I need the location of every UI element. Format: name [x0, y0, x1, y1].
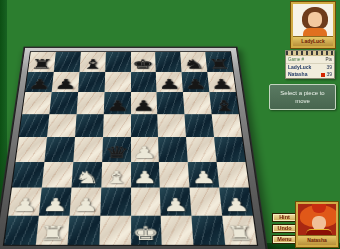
square-e7[interactable]: [131, 71, 157, 92]
board-frame: ♜♝♚♞♜♟♟♟♟♟♟♟♝♛♟♞♝♟♟♟♟♟♟♟♜♚♜: [0, 47, 268, 249]
square-a1[interactable]: [4, 215, 39, 245]
scorepad-pts-ladyluck: 39: [326, 64, 332, 71]
chess-board[interactable]: ♜♝♚♞♜♟♟♟♟♟♟♟♝♛♟♞♝♟♟♟♟♟♟♟♜♚♜: [3, 51, 258, 245]
game-window: ♜♝♚♞♜♟♟♟♟♟♟♟♝♛♟♞♝♟♟♟♟♟♟♟♜♚♜ LadyLuck Gam…: [0, 0, 340, 249]
square-a2[interactable]: ♟: [8, 188, 41, 216]
scorepad-header-pts: Pts: [325, 56, 332, 63]
square-c8[interactable]: ♝: [79, 52, 105, 72]
piece-white-knight-c3[interactable]: ♞: [70, 156, 102, 188]
piece-white-pawn-h2[interactable]: ♟: [221, 183, 254, 216]
player-nameplate: Natasha: [298, 235, 336, 245]
opponent-avatar: LadyLuck: [291, 2, 335, 48]
square-f6[interactable]: [157, 92, 185, 114]
square-d1[interactable]: [99, 215, 131, 245]
square-e8[interactable]: ♚: [131, 52, 157, 72]
square-c5[interactable]: [75, 114, 104, 137]
square-e5[interactable]: [131, 114, 159, 137]
scorepad-header-game: Game #: [288, 56, 304, 63]
square-b4[interactable]: [44, 137, 74, 161]
piece-white-pawn-f2[interactable]: ♟: [160, 183, 193, 216]
scorepad-row: Natasha 39: [286, 71, 334, 78]
piece-black-rook-h8[interactable]: ♜: [206, 45, 234, 73]
square-h1[interactable]: ♜: [222, 215, 257, 245]
square-h7[interactable]: ♟: [207, 71, 235, 92]
square-c4[interactable]: [73, 137, 103, 161]
square-g4[interactable]: [186, 137, 216, 161]
square-d5[interactable]: [103, 114, 131, 137]
square-c1[interactable]: [67, 215, 100, 245]
piece-white-pawn-g3[interactable]: ♟: [188, 156, 220, 188]
square-g8[interactable]: ♞: [180, 52, 207, 72]
piece-black-king-e8[interactable]: ♚: [130, 45, 158, 73]
piece-white-king-e1[interactable]: ♚: [129, 211, 163, 245]
scorepad-name-natasha: Natasha: [288, 71, 307, 78]
square-f2[interactable]: ♟: [160, 188, 192, 216]
piece-white-pawn-c2[interactable]: ♟: [68, 183, 101, 216]
square-e3[interactable]: ♟: [131, 161, 161, 187]
square-a5[interactable]: [19, 114, 49, 137]
square-b5[interactable]: [47, 114, 76, 137]
square-b1[interactable]: ♜: [36, 215, 70, 245]
scorepad-pts-natasha: 39: [321, 71, 332, 78]
piece-black-rook-a8[interactable]: ♜: [27, 45, 55, 73]
square-b3[interactable]: [42, 161, 73, 187]
square-b6[interactable]: [49, 92, 78, 114]
piece-white-rook-h1[interactable]: ♜: [224, 211, 258, 245]
square-c3[interactable]: ♞: [71, 161, 102, 187]
square-b2[interactable]: ♟: [39, 188, 72, 216]
square-f1[interactable]: [161, 215, 194, 245]
square-g6[interactable]: [183, 92, 212, 114]
square-g7[interactable]: ♟: [182, 71, 210, 92]
square-b7[interactable]: ♟: [52, 71, 80, 92]
square-g5[interactable]: [185, 114, 214, 137]
square-f4[interactable]: [158, 137, 188, 161]
square-f7[interactable]: ♟: [156, 71, 183, 92]
square-a3[interactable]: [12, 161, 44, 187]
square-d2[interactable]: [100, 188, 131, 216]
square-d3[interactable]: ♝: [101, 161, 131, 187]
square-f5[interactable]: [158, 114, 187, 137]
square-h5[interactable]: [212, 114, 242, 137]
square-h3[interactable]: [217, 161, 249, 187]
piece-black-bishop-c8[interactable]: ♝: [78, 45, 106, 73]
undo-button[interactable]: Undo: [272, 224, 297, 233]
player-avatar: Natasha: [296, 202, 338, 247]
piece-white-pawn-e3[interactable]: ♟: [129, 156, 161, 188]
scorepad-name-ladyluck: LadyLuck: [288, 64, 311, 71]
piece-white-rook-b1[interactable]: ♜: [35, 211, 69, 245]
square-a7[interactable]: ♟: [25, 71, 53, 92]
side-button-stack: Hint Undo Menu: [272, 213, 297, 244]
square-h4[interactable]: [214, 137, 245, 161]
square-d6[interactable]: ♟: [103, 92, 130, 114]
opponent-nameplate: LadyLuck: [293, 36, 333, 46]
piece-white-pawn-b2[interactable]: ♟: [38, 183, 71, 216]
hint-button[interactable]: Hint: [272, 213, 297, 222]
square-g3[interactable]: ♟: [188, 161, 219, 187]
square-d8[interactable]: [105, 52, 131, 72]
square-f8[interactable]: [155, 52, 181, 72]
square-d4[interactable]: ♛: [102, 137, 131, 161]
piece-white-pawn-a2[interactable]: ♟: [7, 183, 40, 216]
square-a8[interactable]: ♜: [28, 52, 56, 72]
scorepad-row: LadyLuck 39: [286, 64, 334, 71]
square-e1[interactable]: ♚: [131, 215, 163, 245]
scorepad: Game # Pts LadyLuck 39 Natasha 39: [285, 50, 335, 79]
square-h6[interactable]: ♝: [209, 92, 238, 114]
piece-white-bishop-d3[interactable]: ♝: [100, 156, 132, 188]
square-c7[interactable]: [78, 71, 105, 92]
square-g1[interactable]: [192, 215, 226, 245]
square-f3[interactable]: [159, 161, 190, 187]
square-c6[interactable]: [76, 92, 104, 114]
square-e6[interactable]: ♟: [131, 92, 158, 114]
square-e4[interactable]: ♟: [131, 137, 160, 161]
square-d7[interactable]: [104, 71, 130, 92]
square-h2[interactable]: ♟: [219, 188, 252, 216]
square-c2[interactable]: ♟: [69, 188, 101, 216]
square-e2[interactable]: [131, 188, 162, 216]
square-b8[interactable]: [54, 52, 81, 72]
square-h8[interactable]: ♜: [205, 52, 233, 72]
square-a4[interactable]: [16, 137, 47, 161]
square-a6[interactable]: [22, 92, 51, 114]
menu-button[interactable]: Menu: [272, 235, 297, 244]
square-g2[interactable]: [190, 188, 223, 216]
board-3d-wrapper: ♜♝♚♞♜♟♟♟♟♟♟♟♝♛♟♞♝♟♟♟♟♟♟♟♜♚♜: [0, 47, 268, 249]
turn-indicator-icon: [321, 73, 325, 77]
natasha-face: [312, 216, 326, 230]
move-prompt: Select a piece to move: [269, 84, 336, 110]
ladyluck-face: [308, 12, 322, 27]
